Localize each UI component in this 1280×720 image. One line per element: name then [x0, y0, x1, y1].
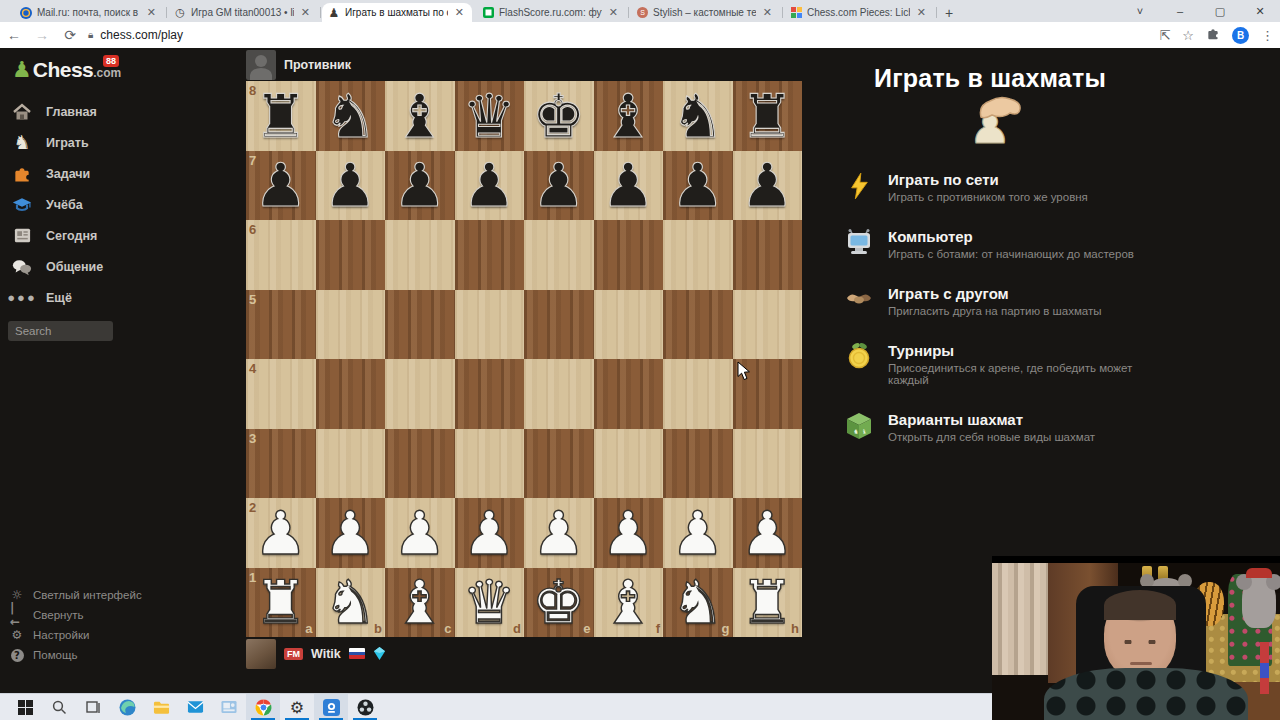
- square-d4[interactable]: [455, 359, 525, 429]
- square-h3[interactable]: [733, 429, 803, 499]
- start-icon: [16, 698, 34, 716]
- social-icon: [10, 255, 34, 279]
- variants-icon: ♞♝: [845, 411, 873, 441]
- sidebar-item-label: Играть: [46, 136, 89, 150]
- url-text: chess.com/play: [100, 28, 183, 42]
- sidebar-footer-item-4[interactable]: ?Помощь: [0, 645, 142, 665]
- square-c3[interactable]: [385, 429, 455, 499]
- black-king[interactable]: ♚: [524, 81, 594, 151]
- square-e4[interactable]: [524, 359, 594, 429]
- white-bishop[interactable]: ♝: [385, 568, 455, 638]
- pieces-favicon: [790, 7, 802, 19]
- square-f7[interactable]: ♟: [594, 151, 664, 221]
- tab-title: Stylish – кастомные темы для ли: [653, 7, 756, 18]
- opponent-bar: Противник: [246, 48, 802, 81]
- white-rook[interactable]: ♜: [246, 568, 316, 638]
- square-b3[interactable]: [316, 429, 386, 499]
- rank-label: 6: [249, 223, 256, 236]
- tab-title: Игра GM titan00013 • lichess.org: [191, 7, 294, 18]
- reload-icon[interactable]: ⟳: [56, 27, 84, 43]
- black-queen[interactable]: ♛: [455, 81, 525, 151]
- computer-icon: [845, 228, 873, 258]
- square-b8[interactable]: ♞: [316, 81, 386, 151]
- browser-tab[interactable]: Mail.ru: почта, поиск в интернет✕: [14, 3, 164, 22]
- square-h5[interactable]: [733, 290, 803, 360]
- square-f5[interactable]: [594, 290, 664, 360]
- white-king[interactable]: ♚: [524, 568, 594, 638]
- explorer-icon: [152, 698, 170, 716]
- sidebar-footer-item-2[interactable]: |←Свернуть: [0, 605, 142, 625]
- stylish-favicon: S: [636, 7, 648, 19]
- square-b1[interactable]: b♞: [316, 568, 386, 638]
- webcam-overlay: [992, 556, 1280, 720]
- black-pawn[interactable]: ♟: [594, 151, 664, 221]
- square-a4[interactable]: 4: [246, 359, 316, 429]
- taskbar-chrome-icon[interactable]: [246, 694, 280, 720]
- footer-item-label: Помощь: [33, 649, 77, 661]
- square-c8[interactable]: ♝: [385, 81, 455, 151]
- streamer-eyes: [1120, 640, 1160, 644]
- tab-close-icon[interactable]: ✕: [761, 6, 774, 19]
- browser-tab[interactable]: ◷Игра GM titan00013 • lichess.org✕: [168, 3, 318, 22]
- taskbar-explorer-icon[interactable]: [144, 694, 178, 720]
- square-c7[interactable]: ♟: [385, 151, 455, 221]
- browser-tab-strip: Mail.ru: почта, поиск в интернет✕◷Игра G…: [0, 0, 1280, 22]
- tab-close-icon[interactable]: ✕: [915, 6, 928, 19]
- play-option-subtitle: Открыть для себя новые виды шахмат: [888, 431, 1095, 443]
- square-d6[interactable]: [455, 220, 525, 290]
- white-pawn[interactable]: ♟: [733, 498, 803, 568]
- fm-title-badge: FM: [284, 648, 303, 660]
- play-option-1[interactable]: Играть по сетиИграть с противником того …: [845, 171, 1135, 203]
- sidebar-item-1[interactable]: Главная: [0, 96, 245, 127]
- sidebar-item-label: Главная: [46, 105, 97, 119]
- play-option-title: Играть по сети: [888, 171, 1088, 188]
- white-pawn[interactable]: ♟: [246, 498, 316, 568]
- russia-flag-icon: [349, 648, 365, 659]
- today-icon: [10, 224, 34, 248]
- browser-tab[interactable]: Chess.com Pieces: Lichess Pieces✕: [784, 3, 934, 22]
- play-option-title: Варианты шахмат: [888, 411, 1095, 428]
- square-d1[interactable]: d♛: [455, 568, 525, 638]
- play-option-3[interactable]: Играть с другомПригласить друга на парти…: [845, 285, 1135, 317]
- extensions-puzzle-icon[interactable]: [1206, 27, 1220, 44]
- square-g3[interactable]: [663, 429, 733, 499]
- square-h1[interactable]: h♜: [733, 568, 803, 638]
- browser-tab[interactable]: SStylish – кастомные темы для ли✕: [630, 3, 780, 22]
- taskbar-settings-icon[interactable]: ⚙: [280, 694, 314, 720]
- sidebar-item-label: Задачи: [46, 167, 90, 181]
- window-maximize-button[interactable]: ▢: [1200, 5, 1240, 18]
- play-menu-panel: Играть в шахматы ♟ Играть по сетиИграть …: [845, 48, 1135, 443]
- sidebar-footer-item-3[interactable]: ⚙Настройки: [0, 625, 142, 645]
- diamond-icon: [373, 647, 386, 660]
- tab-close-icon[interactable]: ✕: [607, 6, 620, 19]
- task-view-icon: [84, 698, 102, 716]
- notification-badge: 88: [103, 55, 119, 67]
- taskbar-task-view-icon[interactable]: [76, 694, 110, 720]
- window-minimize-button[interactable]: –: [1160, 5, 1200, 17]
- chess-board[interactable]: 8♜♞♝♛♚♝♞♜7♟♟♟♟♟♟♟♟65432♟♟♟♟♟♟♟♟1a♜b♞c♝d♛…: [246, 81, 802, 637]
- tab-title: Chess.com Pieces: Lichess Pieces: [807, 7, 910, 18]
- player-avatar[interactable]: [246, 639, 276, 669]
- square-b7[interactable]: ♟: [316, 151, 386, 221]
- lock-icon: 🔒︎: [88, 29, 93, 41]
- flashscore-favicon: [482, 7, 494, 19]
- taskbar-search-icon[interactable]: [42, 694, 76, 720]
- square-g6[interactable]: [663, 220, 733, 290]
- sidebar-item-2[interactable]: ♞Играть: [0, 127, 245, 158]
- square-e1[interactable]: e♚: [524, 568, 594, 638]
- white-knight[interactable]: ♞: [663, 568, 733, 638]
- play-option-5[interactable]: ♞♝Варианты шахматОткрыть для себя новые …: [845, 411, 1135, 443]
- board-column: Противник 8♜♞♝♛♚♝♞♜7♟♟♟♟♟♟♟♟65432♟♟♟♟♟♟♟…: [246, 48, 802, 670]
- clock-favicon: ◷: [174, 7, 186, 19]
- learn-icon: [10, 193, 34, 217]
- square-c1[interactable]: c♝: [385, 568, 455, 638]
- black-bishop[interactable]: ♝: [594, 81, 664, 151]
- play-knight-icon: ♞: [10, 131, 34, 155]
- capture-icon: [322, 698, 340, 716]
- black-knight[interactable]: ♞: [663, 81, 733, 151]
- opponent-avatar[interactable]: [246, 50, 276, 80]
- collapse-icon: |←: [10, 601, 24, 629]
- square-c4[interactable]: [385, 359, 455, 429]
- footer-item-label: Светлый интерфейс: [33, 589, 142, 601]
- square-b4[interactable]: [316, 359, 386, 429]
- square-f2[interactable]: ♟: [594, 498, 664, 568]
- screen: Mail.ru: почта, поиск в интернет✕◷Игра G…: [0, 0, 1280, 720]
- taskbar-photos-icon[interactable]: [212, 694, 246, 720]
- black-pawn[interactable]: ♟: [316, 151, 386, 221]
- search-input[interactable]: Search: [8, 321, 113, 341]
- tab-search-chevron-icon[interactable]: ˅: [1120, 5, 1160, 17]
- square-f4[interactable]: [594, 359, 664, 429]
- black-pawn[interactable]: ♟: [455, 151, 525, 221]
- black-pawn[interactable]: ♟: [385, 151, 455, 221]
- chrome-icon: [254, 698, 272, 716]
- square-g7[interactable]: ♟: [663, 151, 733, 221]
- plush-mouse: [1242, 576, 1276, 628]
- taskbar-mail-icon[interactable]: [178, 694, 212, 720]
- tab-title: FlashScore.ru.com: футбол онла: [499, 7, 602, 18]
- settings-icon: ⚙: [288, 698, 306, 716]
- square-g8[interactable]: ♞: [663, 81, 733, 151]
- help-icon: ?: [10, 649, 24, 662]
- square-f1[interactable]: f♝: [594, 568, 664, 638]
- play-option-2[interactable]: КомпьютерИграть с ботами: от начинающих …: [845, 228, 1135, 260]
- chesscom-pawn-favicon: ♟: [328, 7, 340, 19]
- black-knight[interactable]: ♞: [316, 81, 386, 151]
- square-d3[interactable]: [455, 429, 525, 499]
- square-a5[interactable]: 5: [246, 290, 316, 360]
- square-a2[interactable]: 2♟: [246, 498, 316, 568]
- taskbar-start-icon[interactable]: [8, 694, 42, 720]
- panel-title: Играть в шахматы: [845, 64, 1135, 93]
- curtain: [992, 563, 1048, 675]
- sidebar-item-label: Учёба: [46, 198, 83, 212]
- black-rook[interactable]: ♜: [733, 81, 803, 151]
- handshake-icon: [845, 285, 873, 315]
- tab-title: Mail.ru: почта, поиск в интернет: [37, 7, 140, 18]
- square-b2[interactable]: ♟: [316, 498, 386, 568]
- sidebar-item-5[interactable]: Сегодня: [0, 220, 245, 251]
- webcam-top-strip: [992, 556, 1280, 563]
- sidebar-item-7[interactable]: ●●●Ещё: [0, 282, 245, 313]
- lightning-icon: [845, 171, 873, 201]
- square-e8[interactable]: ♚: [524, 81, 594, 151]
- taskbar-obs-icon[interactable]: [348, 694, 382, 720]
- sun-icon: ☼: [10, 588, 24, 602]
- square-c6[interactable]: [385, 220, 455, 290]
- sidebar-item-6[interactable]: Общение: [0, 251, 245, 282]
- browser-tab[interactable]: FlashScore.ru.com: футбол онла✕: [476, 3, 626, 22]
- white-pawn[interactable]: ♟: [455, 498, 525, 568]
- rank-label: 3: [249, 432, 256, 445]
- player-name: Witik: [311, 647, 341, 661]
- more-icon: ●●●: [10, 286, 34, 310]
- window-close-button[interactable]: ✕: [1240, 5, 1280, 18]
- square-g4[interactable]: [663, 359, 733, 429]
- tab-close-icon[interactable]: ✕: [145, 6, 158, 19]
- white-knight[interactable]: ♞: [316, 568, 386, 638]
- sidebar-item-4[interactable]: Учёба: [0, 189, 245, 220]
- square-d2[interactable]: ♟: [455, 498, 525, 568]
- square-e6[interactable]: [524, 220, 594, 290]
- search-icon: [50, 698, 68, 716]
- streamer-sweater: [1044, 668, 1248, 720]
- square-d5[interactable]: [455, 290, 525, 360]
- square-b5[interactable]: [316, 290, 386, 360]
- black-bishop[interactable]: ♝: [385, 81, 455, 151]
- white-pawn[interactable]: ♟: [663, 498, 733, 568]
- photos-icon: [220, 698, 238, 716]
- square-a8[interactable]: 8♜: [246, 81, 316, 151]
- square-a6[interactable]: 6: [246, 220, 316, 290]
- url-omnibox[interactable]: 🔒︎ chess.com/play: [88, 28, 183, 42]
- square-e2[interactable]: ♟: [524, 498, 594, 568]
- browser-menu-icon[interactable]: ⋮: [1261, 28, 1274, 43]
- black-rook[interactable]: ♜: [246, 81, 316, 151]
- square-b6[interactable]: [316, 220, 386, 290]
- square-g2[interactable]: ♟: [663, 498, 733, 568]
- square-a3[interactable]: 3: [246, 429, 316, 499]
- square-c5[interactable]: [385, 290, 455, 360]
- sidebar-item-3[interactable]: Задачи: [0, 158, 245, 189]
- square-d7[interactable]: ♟: [455, 151, 525, 221]
- taskbar-edge-icon[interactable]: [110, 694, 144, 720]
- square-f6[interactable]: [594, 220, 664, 290]
- square-a7[interactable]: 7♟: [246, 151, 316, 221]
- square-h7[interactable]: ♟: [733, 151, 803, 221]
- play-option-subtitle: Играть с противником того же уровня: [888, 191, 1088, 203]
- trophy-icon: [845, 342, 873, 372]
- square-f8[interactable]: ♝: [594, 81, 664, 151]
- streamer-mouth: [1130, 662, 1152, 665]
- back-icon[interactable]: ←: [0, 27, 28, 43]
- svg-text:S: S: [640, 9, 645, 16]
- chesscom-logo[interactable]: ♟ Chess .com 88: [0, 48, 245, 82]
- play-option-title: Турниры: [888, 342, 1135, 359]
- white-pawn[interactable]: ♟: [594, 498, 664, 568]
- footer-item-label: Настройки: [33, 629, 89, 641]
- browser-tab[interactable]: ♟Играть в шахматы по сети - Che✕: [322, 3, 472, 22]
- logo-suffix: .com: [93, 66, 121, 80]
- white-rook[interactable]: ♜: [733, 568, 803, 638]
- logo-word: Chess: [33, 58, 94, 82]
- edge-icon: [118, 698, 136, 716]
- tab-close-icon[interactable]: ✕: [299, 6, 312, 19]
- white-pawn[interactable]: ♟: [524, 498, 594, 568]
- search-placeholder: Search: [15, 325, 51, 337]
- white-pawn[interactable]: ♟: [385, 498, 455, 568]
- medal-ribbon: [1260, 642, 1269, 694]
- rank-label: 5: [249, 293, 256, 306]
- obs-icon: [356, 698, 374, 716]
- opponent-name: Противник: [284, 58, 351, 72]
- logo-pawn-icon: ♟: [12, 60, 32, 80]
- tab-close-icon[interactable]: ✕: [453, 6, 466, 19]
- tab-title: Играть в шахматы по сети - Che: [345, 7, 448, 18]
- square-e7[interactable]: ♟: [524, 151, 594, 221]
- play-option-title: Компьютер: [888, 228, 1134, 245]
- profile-avatar[interactable]: B: [1232, 27, 1249, 44]
- square-d8[interactable]: ♛: [455, 81, 525, 151]
- forward-icon[interactable]: →: [28, 27, 56, 43]
- player-bar: FM Witik: [246, 637, 802, 670]
- gear-icon: ⚙: [10, 628, 24, 642]
- santa-hat: [1246, 568, 1272, 578]
- rank-label: 4: [249, 362, 256, 375]
- white-bishop[interactable]: ♝: [594, 568, 664, 638]
- streamer-hairline: [1112, 608, 1168, 622]
- new-tab-button[interactable]: +: [938, 3, 960, 22]
- home-icon: [10, 100, 34, 124]
- square-h8[interactable]: ♜: [733, 81, 803, 151]
- mouse-cursor: [737, 361, 751, 381]
- hand-holding-pawn-icon: ♟: [845, 97, 1135, 155]
- square-g5[interactable]: [663, 290, 733, 360]
- square-a1[interactable]: 1a♜: [246, 568, 316, 638]
- square-h6[interactable]: [733, 220, 803, 290]
- black-pawn[interactable]: ♟: [524, 151, 594, 221]
- square-f3[interactable]: [594, 429, 664, 499]
- black-pawn[interactable]: ♟: [246, 151, 316, 221]
- sidebar-item-label: Общение: [46, 260, 103, 274]
- square-e3[interactable]: [524, 429, 594, 499]
- sidebar: ♟ Chess .com 88 Главная♞ИгратьЗадачиУчёб…: [0, 48, 245, 693]
- bookmark-star-icon[interactable]: ☆: [1182, 28, 1194, 43]
- play-option-subtitle: Играть с ботами: от начинающих до мастер…: [888, 248, 1134, 260]
- black-pawn[interactable]: ♟: [663, 151, 733, 221]
- play-option-4[interactable]: ТурнирыПрисоединиться к арене, где побед…: [845, 342, 1135, 386]
- square-e5[interactable]: [524, 290, 594, 360]
- play-option-title: Играть с другом: [888, 285, 1102, 302]
- puzzle-icon: [10, 162, 34, 186]
- footer-item-label: Свернуть: [33, 609, 83, 621]
- browser-address-bar: ← → ⟳ 🔒︎ chess.com/play ⇱ ☆ B ⋮: [0, 22, 1280, 48]
- play-option-subtitle: Присоединиться к арене, где победить мож…: [888, 362, 1135, 386]
- mailru-favicon: [20, 7, 32, 19]
- share-icon[interactable]: ⇱: [1159, 28, 1170, 43]
- taskbar-capture-icon[interactable]: [314, 694, 348, 720]
- white-pawn[interactable]: ♟: [316, 498, 386, 568]
- play-option-subtitle: Пригласить друга на партию в шахматы: [888, 305, 1102, 317]
- black-pawn[interactable]: ♟: [733, 151, 803, 221]
- square-g1[interactable]: g♞: [663, 568, 733, 638]
- square-h2[interactable]: ♟: [733, 498, 803, 568]
- mail-icon: [186, 698, 204, 716]
- sidebar-item-label: Сегодня: [46, 229, 97, 243]
- white-queen[interactable]: ♛: [455, 568, 525, 638]
- square-c2[interactable]: ♟: [385, 498, 455, 568]
- sidebar-item-label: Ещё: [46, 291, 72, 305]
